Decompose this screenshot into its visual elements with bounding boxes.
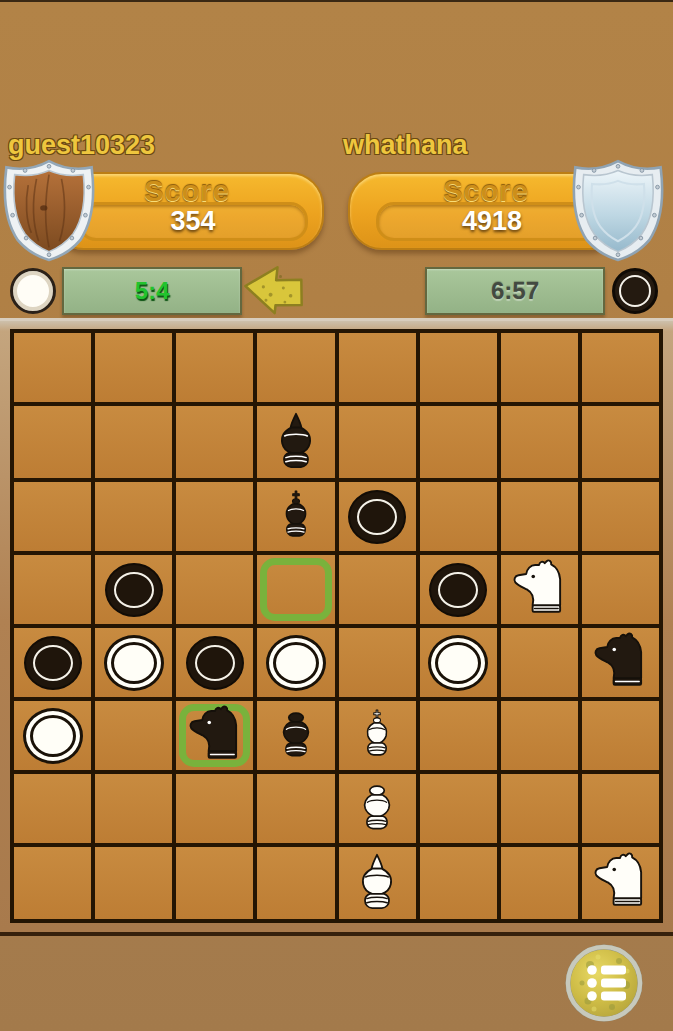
player-left-score: 354	[170, 206, 215, 237]
board-cell-7-5[interactable]	[420, 847, 497, 919]
board-cell-5-3[interactable]	[257, 701, 334, 770]
player-right-time: 6:57	[491, 277, 539, 305]
disc-ring	[114, 572, 154, 608]
makruk-board	[0, 318, 673, 936]
board-cell-1-6[interactable]	[501, 406, 578, 478]
move-highlight-frame	[260, 558, 331, 621]
board-cell-0-4[interactable]	[339, 333, 416, 402]
board-cell-2-7[interactable]	[582, 482, 659, 551]
board-cell-5-2[interactable]	[176, 701, 253, 770]
board-cell-2-2[interactable]	[176, 482, 253, 551]
disc-ring	[33, 645, 73, 681]
silver-shield-icon	[566, 158, 670, 262]
board-cell-3-1[interactable]	[95, 555, 172, 624]
board-cell-1-1[interactable]	[95, 406, 172, 478]
board-cell-1-2[interactable]	[176, 406, 253, 478]
board-cell-4-2[interactable]	[176, 628, 253, 697]
board-cell-1-0[interactable]	[14, 406, 91, 478]
disc-ring	[195, 645, 235, 681]
board-cell-7-3[interactable]	[257, 847, 334, 919]
board-cell-4-3[interactable]	[257, 628, 334, 697]
board-cell-6-7[interactable]	[582, 774, 659, 843]
board-cell-3-2[interactable]	[176, 555, 253, 624]
board-cell-2-3[interactable]	[257, 482, 334, 551]
player-right-timer: 6:57	[425, 267, 605, 315]
disc-ring	[435, 642, 481, 684]
white-bia-piece[interactable]	[428, 635, 488, 691]
black-met-piece[interactable]	[268, 705, 324, 767]
board-cell-6-1[interactable]	[95, 774, 172, 843]
board-cell-0-6[interactable]	[501, 333, 578, 402]
player-right-name: whathana	[343, 130, 468, 161]
board-cell-0-7[interactable]	[582, 333, 659, 402]
black-bia-piece[interactable]	[186, 636, 244, 690]
board-cell-5-1[interactable]	[95, 701, 172, 770]
board-cell-7-2[interactable]	[176, 847, 253, 919]
disc-ring	[438, 572, 478, 608]
board-cell-6-2[interactable]	[176, 774, 253, 843]
board-cell-4-1[interactable]	[95, 628, 172, 697]
white-met-piece[interactable]	[349, 778, 405, 840]
score-panels: Score 354 Score 4918	[0, 158, 673, 266]
board-cell-5-7[interactable]	[582, 701, 659, 770]
menu-button[interactable]	[564, 943, 644, 1023]
player-left-timer: 5:4	[62, 267, 242, 315]
board-cell-1-7[interactable]	[582, 406, 659, 478]
board-cell-0-5[interactable]	[420, 333, 497, 402]
board-cell-7-6[interactable]	[501, 847, 578, 919]
player-left-score-capsule: 354	[78, 202, 308, 241]
board-cell-3-4[interactable]	[339, 555, 416, 624]
black-ma-piece[interactable]	[183, 703, 247, 769]
white-side-disc-icon	[10, 268, 56, 314]
white-bia-piece[interactable]	[266, 635, 326, 691]
board-cell-3-7[interactable]	[582, 555, 659, 624]
board-cell-0-3[interactable]	[257, 333, 334, 402]
disc-ring	[273, 642, 319, 684]
menu-list-icon	[564, 943, 644, 1023]
board-cell-6-6[interactable]	[501, 774, 578, 843]
disc-ring	[357, 499, 397, 535]
white-bia-piece[interactable]	[104, 635, 164, 691]
white-ma-piece[interactable]	[507, 557, 571, 623]
board-cell-2-5[interactable]	[420, 482, 497, 551]
board-cell-0-2[interactable]	[176, 333, 253, 402]
board-grid	[10, 329, 663, 923]
turn-arrow-icon	[241, 262, 307, 322]
board-cell-4-7[interactable]	[582, 628, 659, 697]
board-cell-0-1[interactable]	[95, 333, 172, 402]
disc-ring	[30, 715, 76, 757]
board-cell-2-1[interactable]	[95, 482, 172, 551]
white-bia-piece[interactable]	[23, 708, 83, 764]
board-cell-3-0[interactable]	[14, 555, 91, 624]
black-ma-piece[interactable]	[588, 630, 652, 696]
white-khon-piece[interactable]	[350, 704, 404, 768]
board-cell-6-0[interactable]	[14, 774, 91, 843]
black-bia-piece[interactable]	[105, 563, 163, 617]
wood-shield-icon	[0, 158, 101, 262]
black-khun-piece[interactable]	[266, 406, 326, 478]
board-cell-2-6[interactable]	[501, 482, 578, 551]
board-frame	[0, 318, 673, 936]
board-cell-1-5[interactable]	[420, 406, 497, 478]
board-cell-2-4[interactable]	[339, 482, 416, 551]
board-cell-6-4[interactable]	[339, 774, 416, 843]
board-cell-4-0[interactable]	[14, 628, 91, 697]
black-bia-piece[interactable]	[348, 490, 406, 544]
board-cell-7-7[interactable]	[582, 847, 659, 919]
board-cell-5-6[interactable]	[501, 701, 578, 770]
board-cell-6-3[interactable]	[257, 774, 334, 843]
board-cell-7-0[interactable]	[14, 847, 91, 919]
board-cell-2-0[interactable]	[14, 482, 91, 551]
board-cell-3-3[interactable]	[257, 555, 334, 624]
player-left-time: 5:4	[135, 277, 170, 305]
board-cell-5-0[interactable]	[14, 701, 91, 770]
board-cell-7-4[interactable]	[339, 847, 416, 919]
player-left-name: guest10323	[8, 130, 155, 161]
black-bia-piece[interactable]	[429, 563, 487, 617]
white-ma-piece[interactable]	[588, 850, 652, 916]
black-bia-piece[interactable]	[24, 636, 82, 690]
board-cell-1-4[interactable]	[339, 406, 416, 478]
board-cell-7-1[interactable]	[95, 847, 172, 919]
black-khon-piece[interactable]	[269, 485, 323, 549]
disc-ring	[111, 642, 157, 684]
white-khun-piece[interactable]	[347, 847, 407, 919]
board-cell-4-6[interactable]	[501, 628, 578, 697]
board-cell-3-6[interactable]	[501, 555, 578, 624]
board-cell-1-3[interactable]	[257, 406, 334, 478]
board-cell-5-5[interactable]	[420, 701, 497, 770]
board-cell-4-5[interactable]	[420, 628, 497, 697]
black-side-disc-icon	[612, 268, 658, 314]
board-cell-3-5[interactable]	[420, 555, 497, 624]
player-right-score: 4918	[462, 206, 522, 237]
board-cell-4-4[interactable]	[339, 628, 416, 697]
board-cell-0-0[interactable]	[14, 333, 91, 402]
board-cell-6-5[interactable]	[420, 774, 497, 843]
board-cell-5-4[interactable]	[339, 701, 416, 770]
timer-row: 5:4 6:57	[0, 262, 673, 320]
